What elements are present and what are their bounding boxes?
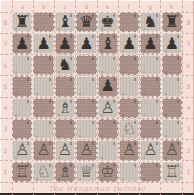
square-f2: ♙ (119, 140, 139, 160)
square-b7: ♟ (33, 33, 53, 53)
rank-label: 7 (184, 33, 193, 54)
white-rook: ♖ (165, 163, 179, 179)
rank-label: 2 (1, 140, 10, 161)
rank-label: 4 (1, 97, 10, 118)
square-a3 (12, 119, 32, 139)
square-f1 (119, 162, 139, 182)
square-a2: ♙ (12, 140, 32, 160)
square-g7: ♟ (140, 33, 160, 53)
white-pawn: ♙ (143, 142, 157, 158)
square-f3: ♘ (119, 119, 139, 139)
white-king: ♔ (101, 163, 115, 179)
rank-label: 6 (1, 55, 10, 76)
square-f7: ♟ (119, 33, 139, 53)
black-knight: ♞ (58, 56, 72, 72)
rank-label: 8 (1, 12, 10, 33)
square-e5: ♟ (98, 76, 118, 96)
square-g2: ♙ (140, 140, 160, 160)
file-labels: abcdefgh (12, 2, 182, 11)
square-d4 (76, 98, 96, 118)
black-pawn: ♟ (122, 35, 136, 51)
square-e4: ♙ (98, 98, 118, 118)
white-pawn: ♙ (58, 142, 72, 158)
black-pawn: ♟ (15, 35, 29, 51)
black-pawn: ♟ (58, 35, 72, 51)
square-a6 (12, 55, 32, 75)
square-d8: ♛ (76, 12, 96, 32)
square-d3 (76, 119, 96, 139)
rank-label: 1 (1, 161, 10, 182)
square-d1: ♕ (76, 162, 96, 182)
square-e2 (98, 140, 118, 160)
white-pawn: ♙ (15, 142, 29, 158)
rank-labels-right: 87654321 (184, 12, 193, 182)
square-h8: ♜ (162, 12, 182, 32)
square-d2: ♙ (76, 140, 96, 160)
square-h2: ♙ (162, 140, 182, 160)
caption: The Hungarian Defense (0, 185, 194, 193)
square-a4 (12, 98, 32, 118)
rank-label: 5 (1, 76, 10, 97)
white-pawn: ♙ (101, 99, 115, 115)
square-d5 (76, 76, 96, 96)
stamp-sheet: abcdefgh 87654321 87654321 ♜♝♛♚♞♜♟♟♟♟♝♟♟… (0, 0, 194, 195)
file-label: g (140, 2, 161, 11)
file-label: e (97, 2, 118, 11)
white-rook: ♖ (15, 163, 29, 179)
black-rook: ♜ (15, 14, 29, 30)
square-f6 (119, 55, 139, 75)
black-pawn: ♟ (143, 35, 157, 51)
black-queen: ♛ (79, 14, 93, 30)
square-b8 (33, 12, 53, 32)
rank-labels-left: 87654321 (1, 12, 10, 182)
square-a1: ♖ (12, 162, 32, 182)
square-g5 (140, 76, 160, 96)
square-b2: ♙ (33, 140, 53, 160)
square-h4 (162, 98, 182, 118)
square-b3 (33, 119, 53, 139)
file-label: a (12, 2, 33, 11)
perforation-line (0, 182, 194, 183)
rank-label: 6 (184, 55, 193, 76)
white-queen: ♕ (79, 163, 93, 179)
square-g6 (140, 55, 160, 75)
square-b1: ♘ (33, 162, 53, 182)
black-rook: ♜ (165, 14, 179, 30)
square-c1: ♗ (55, 162, 75, 182)
white-pawn: ♙ (36, 142, 50, 158)
square-b5 (33, 76, 53, 96)
square-b4 (33, 98, 53, 118)
square-d7: ♟ (76, 33, 96, 53)
square-e6 (98, 55, 118, 75)
rank-label: 8 (184, 12, 193, 33)
square-h5 (162, 76, 182, 96)
black-pawn: ♟ (101, 78, 115, 94)
rank-label: 3 (1, 118, 10, 139)
white-bishop: ♗ (58, 163, 72, 179)
square-c7: ♟ (55, 33, 75, 53)
white-pawn: ♙ (122, 142, 136, 158)
black-pawn: ♟ (79, 35, 93, 51)
chess-board: ♜♝♛♚♞♜♟♟♟♟♝♟♟♟♞♟♗♙♘♙♙♙♙♙♙♙♖♘♗♕♔♖ (12, 12, 182, 182)
square-h1: ♖ (162, 162, 182, 182)
file-label: h (161, 2, 182, 11)
white-pawn: ♙ (79, 142, 93, 158)
square-e7: ♝ (98, 33, 118, 53)
square-a8: ♜ (12, 12, 32, 32)
white-knight: ♘ (36, 163, 50, 179)
square-e8: ♚ (98, 12, 118, 32)
rank-label: 2 (184, 140, 193, 161)
rank-label: 5 (184, 76, 193, 97)
square-a5 (12, 76, 32, 96)
white-bishop: ♗ (58, 99, 72, 115)
square-f8 (119, 12, 139, 32)
black-pawn: ♟ (36, 35, 50, 51)
square-f5 (119, 76, 139, 96)
square-c2: ♙ (55, 140, 75, 160)
file-label: f (118, 2, 139, 11)
file-label: c (55, 2, 76, 11)
rank-label: 4 (184, 97, 193, 118)
square-c8: ♝ (55, 12, 75, 32)
square-c5 (55, 76, 75, 96)
square-e3 (98, 119, 118, 139)
black-bishop: ♝ (58, 14, 72, 30)
black-king: ♚ (101, 14, 115, 30)
white-knight: ♘ (122, 121, 136, 137)
file-label: d (76, 2, 97, 11)
black-knight: ♞ (143, 14, 157, 30)
square-c6: ♞ (55, 55, 75, 75)
square-c3 (55, 119, 75, 139)
square-g4 (140, 98, 160, 118)
rank-label: 1 (184, 161, 193, 182)
square-h3 (162, 119, 182, 139)
square-d6 (76, 55, 96, 75)
rank-label: 7 (1, 33, 10, 54)
perforation-line (182, 0, 183, 195)
square-e1: ♔ (98, 162, 118, 182)
square-b6 (33, 55, 53, 75)
square-c4: ♗ (55, 98, 75, 118)
black-pawn: ♟ (165, 35, 179, 51)
square-g3 (140, 119, 160, 139)
file-label: b (33, 2, 54, 11)
square-a7: ♟ (12, 33, 32, 53)
rank-label: 3 (184, 118, 193, 139)
square-g1 (140, 162, 160, 182)
square-h7: ♟ (162, 33, 182, 53)
square-f4 (119, 98, 139, 118)
square-h6 (162, 55, 182, 75)
white-pawn: ♙ (165, 142, 179, 158)
black-bishop: ♝ (101, 35, 115, 51)
square-g8: ♞ (140, 12, 160, 32)
